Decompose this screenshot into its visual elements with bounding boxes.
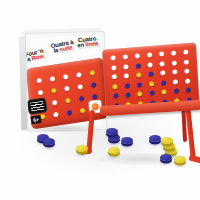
board-cell-b3: ● <box>121 80 133 89</box>
board-cell-a4: ● <box>109 71 121 80</box>
empty-hole: ● <box>146 50 153 59</box>
loose-disc-blue <box>121 137 133 144</box>
box-art-cell-c1: ● <box>62 105 75 118</box>
main-board: ●●●●●●●●●●●●●●●●●●●●●●●●●●●●●●●●●●●●●●●●… <box>107 47 194 109</box>
marketing-badge-text-lines <box>30 101 44 112</box>
board-cell-e4: ● <box>157 68 169 77</box>
board-cell-f2: ● <box>170 86 182 95</box>
yellow-disc: ● <box>135 70 142 79</box>
board-cell-a2: ● <box>110 90 122 99</box>
empty-hole: ● <box>75 68 83 79</box>
box-title-spanish: Cuatro en línea <box>77 36 99 48</box>
empty-hole: ● <box>49 72 57 83</box>
board-cell-d3: ● <box>145 78 157 87</box>
box-title-french: Quatre à la suite <box>50 40 74 54</box>
board-cell-f3: ● <box>170 76 182 85</box>
empty-hole: ● <box>183 66 190 75</box>
yellow-disc: ● <box>136 89 143 98</box>
box-front: ●●●●●●●●●●●●●●●●●●●● Four 'n a Row Quatr… <box>25 31 108 132</box>
board-cell-c6: ● <box>132 51 144 60</box>
empty-hole: ● <box>123 71 130 80</box>
empty-hole: ● <box>170 48 177 57</box>
empty-hole: ● <box>110 53 117 62</box>
yellow-disc: ● <box>79 104 87 115</box>
product-photo-scene: ●●●●●●●●●●●●●●●●●●●● Four 'n a Row Quatr… <box>0 0 200 200</box>
blue-disc: ● <box>160 78 167 87</box>
board-cell-a6: ● <box>107 52 119 61</box>
empty-hole: ● <box>182 47 189 56</box>
age-badge: 6+ <box>31 115 42 124</box>
board-cell-c4: ● <box>133 70 145 79</box>
blue-disc: ● <box>134 60 141 69</box>
board-cell-d5: ● <box>144 59 156 68</box>
board-cell-g2: ● <box>182 85 194 94</box>
box-art-cell-b2: ● <box>48 95 61 108</box>
board-cell-b4: ● <box>121 70 133 79</box>
empty-hole: ● <box>159 68 166 77</box>
box-art-cell-b3: ● <box>47 83 60 96</box>
empty-hole: ● <box>122 52 129 61</box>
board-cell-b2: ● <box>122 89 134 98</box>
box-art-cell-d4: ● <box>72 67 85 80</box>
empty-hole: ● <box>184 76 191 85</box>
board-cell-f6: ● <box>168 48 180 57</box>
box-art-cell-d1: ● <box>76 103 89 116</box>
empty-hole: ● <box>159 59 166 68</box>
title-line2-accent: línea <box>85 40 98 47</box>
box-art-cell-c3: ● <box>60 81 73 94</box>
blue-disc: ● <box>172 86 179 95</box>
empty-hole: ● <box>62 70 70 81</box>
yellow-disc: ● <box>64 94 72 105</box>
box-art-cell-c4: ● <box>59 69 72 82</box>
empty-hole: ● <box>172 77 179 86</box>
board-cell-g4: ● <box>181 66 193 75</box>
box-art-cell-a4: ● <box>32 73 45 86</box>
box-art-cell-c2: ● <box>61 93 74 106</box>
loose-disc-yellow <box>76 145 88 152</box>
box-art-cell-a3: ● <box>34 85 47 98</box>
blue-disc: ● <box>148 88 155 97</box>
loose-disc-blue <box>160 154 172 161</box>
box-title-english: Four 'n a Row <box>25 49 45 63</box>
empty-hole: ● <box>122 61 129 70</box>
board-cell-g3: ● <box>182 75 194 84</box>
blue-disc: ● <box>123 80 130 89</box>
board-cell-e5: ● <box>156 58 168 67</box>
board-cell-a3: ● <box>109 81 121 90</box>
empty-hole: ● <box>171 67 178 76</box>
loose-disc-yellow <box>108 147 120 154</box>
empty-hole: ● <box>158 49 165 58</box>
board-cell-f4: ● <box>169 67 181 76</box>
box-art-cell-e3: ● <box>87 77 100 90</box>
loose-disc-blue <box>106 128 118 135</box>
empty-hole: ● <box>63 82 71 93</box>
box-art-cell-e4: ● <box>85 65 98 78</box>
board-cell-c2: ● <box>134 88 146 97</box>
board-cell-e6: ● <box>156 49 168 58</box>
empty-hole: ● <box>171 58 178 67</box>
yellow-disc: ● <box>50 84 58 95</box>
title-line2-accent: suite <box>59 44 73 52</box>
board-cell-e2: ● <box>158 87 170 96</box>
box-art-cell-b4: ● <box>46 71 59 84</box>
box-art-cell-d2: ● <box>75 91 88 104</box>
blue-disc: ● <box>112 91 119 100</box>
board-cell-g6: ● <box>180 47 192 56</box>
board-cell-c5: ● <box>132 60 144 69</box>
empty-hole: ● <box>35 74 43 85</box>
blue-disc: ● <box>136 79 143 88</box>
empty-hole: ● <box>37 86 45 97</box>
board-cell-d2: ● <box>146 88 158 97</box>
board-cell-a5: ● <box>108 62 120 71</box>
loose-disc-blue <box>149 135 161 142</box>
loose-disc-blue <box>43 138 55 145</box>
empty-hole: ● <box>76 80 84 91</box>
yellow-disc: ● <box>111 81 118 90</box>
loose-disc-blue <box>108 134 120 141</box>
box-art-cell-d3: ● <box>73 79 86 92</box>
empty-hole: ● <box>51 96 59 107</box>
loose-disc-yellow <box>161 137 173 144</box>
blue-disc: ● <box>147 69 154 78</box>
empty-hole: ● <box>134 51 141 60</box>
blue-disc: ● <box>124 90 131 99</box>
board-cell-d6: ● <box>144 50 156 59</box>
board-cell-b5: ● <box>120 61 132 70</box>
empty-hole: ● <box>52 108 60 119</box>
board-cell-f5: ● <box>168 57 180 66</box>
board-cell-e3: ● <box>158 77 170 86</box>
blue-disc: ● <box>77 92 85 103</box>
empty-hole: ● <box>183 57 190 66</box>
blue-disc: ● <box>65 106 73 117</box>
yellow-disc: ● <box>148 78 155 87</box>
blue-disc: ● <box>185 85 192 94</box>
yellow-disc: ● <box>160 87 167 96</box>
board-cell-c3: ● <box>133 79 145 88</box>
yellow-disc: ● <box>88 66 96 77</box>
empty-hole: ● <box>146 60 153 69</box>
box-art-cell-b1: ● <box>49 107 62 120</box>
board-cell-b6: ● <box>119 52 131 61</box>
empty-hole: ● <box>111 72 118 81</box>
empty-hole: ● <box>110 62 117 71</box>
marketing-badge <box>28 98 47 113</box>
board-cell-g5: ● <box>181 56 193 65</box>
blue-disc: ● <box>90 78 98 89</box>
loose-disc-yellow <box>174 156 186 163</box>
title-line2-accent: Row <box>31 53 44 62</box>
board-cell-d4: ● <box>145 69 157 78</box>
